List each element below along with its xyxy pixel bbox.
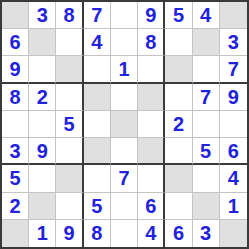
cell-r4c3[interactable] xyxy=(56,84,83,111)
cell-r7c6[interactable] xyxy=(138,165,165,192)
cell-r4c6[interactable] xyxy=(138,84,165,111)
cell-r6c4[interactable] xyxy=(84,138,111,165)
cell-r5c8[interactable] xyxy=(193,111,220,138)
cell-r1c6[interactable]: 9 xyxy=(138,2,165,29)
cell-r9c2[interactable]: 1 xyxy=(29,220,56,247)
cell-r7c8[interactable] xyxy=(193,165,220,192)
cell-r1c9[interactable] xyxy=(220,2,247,29)
cell-r3c4[interactable] xyxy=(84,56,111,83)
cell-r9c6[interactable]: 4 xyxy=(138,220,165,247)
cell-r5c7[interactable]: 2 xyxy=(165,111,192,138)
cell-r5c4[interactable] xyxy=(84,111,111,138)
cell-r6c8[interactable]: 5 xyxy=(193,138,220,165)
cell-r8c1[interactable]: 2 xyxy=(2,193,29,220)
cell-r7c3[interactable] xyxy=(56,165,83,192)
cell-r7c7[interactable] xyxy=(165,165,192,192)
cell-r2c2[interactable] xyxy=(29,29,56,56)
cell-r1c5[interactable] xyxy=(111,2,138,29)
cell-r3c6[interactable] xyxy=(138,56,165,83)
cell-r7c5[interactable]: 7 xyxy=(111,165,138,192)
cell-r2c4[interactable]: 4 xyxy=(84,29,111,56)
cell-r5c6[interactable] xyxy=(138,111,165,138)
cell-r6c7[interactable] xyxy=(165,138,192,165)
cell-r6c5[interactable] xyxy=(111,138,138,165)
cell-r3c7[interactable] xyxy=(165,56,192,83)
cell-r3c5[interactable]: 1 xyxy=(111,56,138,83)
cell-r9c1[interactable] xyxy=(2,220,29,247)
cell-r5c1[interactable] xyxy=(2,111,29,138)
cell-r9c7[interactable]: 6 xyxy=(165,220,192,247)
cell-r1c8[interactable]: 4 xyxy=(193,2,220,29)
cell-r1c3[interactable]: 8 xyxy=(56,2,83,29)
cell-r8c8[interactable] xyxy=(193,193,220,220)
cell-r8c7[interactable] xyxy=(165,193,192,220)
cell-r2c5[interactable] xyxy=(111,29,138,56)
cell-r7c9[interactable]: 4 xyxy=(220,165,247,192)
cell-r4c2[interactable]: 2 xyxy=(29,84,56,111)
cell-r4c7[interactable] xyxy=(165,84,192,111)
cell-r8c6[interactable]: 6 xyxy=(138,193,165,220)
cell-r2c6[interactable]: 8 xyxy=(138,29,165,56)
cell-r4c8[interactable]: 7 xyxy=(193,84,220,111)
cell-r9c3[interactable]: 9 xyxy=(56,220,83,247)
sudoku-board: 387954648391782795239565742561198463 xyxy=(0,0,249,249)
cell-r1c7[interactable]: 5 xyxy=(165,2,192,29)
cell-r6c6[interactable] xyxy=(138,138,165,165)
cell-r9c9[interactable] xyxy=(220,220,247,247)
cell-r7c1[interactable]: 5 xyxy=(2,165,29,192)
cell-r6c3[interactable] xyxy=(56,138,83,165)
cell-r3c8[interactable] xyxy=(193,56,220,83)
cell-r2c3[interactable] xyxy=(56,29,83,56)
cell-r9c8[interactable]: 3 xyxy=(193,220,220,247)
cell-r4c1[interactable]: 8 xyxy=(2,84,29,111)
cell-r1c4[interactable]: 7 xyxy=(84,2,111,29)
cell-r7c4[interactable] xyxy=(84,165,111,192)
cell-r6c9[interactable]: 6 xyxy=(220,138,247,165)
cell-r6c2[interactable]: 9 xyxy=(29,138,56,165)
cell-r1c2[interactable]: 3 xyxy=(29,2,56,29)
cell-r5c3[interactable]: 5 xyxy=(56,111,83,138)
cell-r1c1[interactable] xyxy=(2,2,29,29)
cell-r5c2[interactable] xyxy=(29,111,56,138)
cell-r9c4[interactable]: 8 xyxy=(84,220,111,247)
cell-r5c9[interactable] xyxy=(220,111,247,138)
cell-r4c4[interactable] xyxy=(84,84,111,111)
cell-r4c5[interactable] xyxy=(111,84,138,111)
cell-r3c1[interactable]: 9 xyxy=(2,56,29,83)
cell-r9c5[interactable] xyxy=(111,220,138,247)
cell-r8c2[interactable] xyxy=(29,193,56,220)
cell-r3c9[interactable]: 7 xyxy=(220,56,247,83)
cell-r8c4[interactable]: 5 xyxy=(84,193,111,220)
cell-r8c9[interactable]: 1 xyxy=(220,193,247,220)
cell-r2c8[interactable] xyxy=(193,29,220,56)
cell-r4c9[interactable]: 9 xyxy=(220,84,247,111)
cell-r2c1[interactable]: 6 xyxy=(2,29,29,56)
cell-r3c2[interactable] xyxy=(29,56,56,83)
cell-r5c5[interactable] xyxy=(111,111,138,138)
cell-r6c1[interactable]: 3 xyxy=(2,138,29,165)
cell-r7c2[interactable] xyxy=(29,165,56,192)
cell-r2c7[interactable] xyxy=(165,29,192,56)
cell-r2c9[interactable]: 3 xyxy=(220,29,247,56)
cell-r8c5[interactable] xyxy=(111,193,138,220)
cell-r3c3[interactable] xyxy=(56,56,83,83)
cell-r8c3[interactable] xyxy=(56,193,83,220)
